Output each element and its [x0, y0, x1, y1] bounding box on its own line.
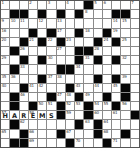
clue-number: 42 [39, 84, 44, 88]
black-cell-r8c2 [10, 65, 18, 73]
black-cell-r16c3 [20, 139, 28, 147]
cell-r12c6[interactable]: 51 [47, 102, 55, 110]
cell-r13c9[interactable] [75, 111, 83, 119]
clue-number: 20 [2, 38, 7, 42]
cell-r10c2[interactable] [10, 84, 18, 92]
cell-r1c12[interactable]: 6 [103, 1, 111, 9]
black-cell-r2c5 [38, 10, 46, 18]
clue-number: 19 [113, 29, 118, 33]
cell-r4c3[interactable] [20, 29, 28, 37]
clue-number: 7 [131, 1, 133, 5]
cell-r7c15[interactable] [131, 56, 139, 64]
clue-number: 3 [48, 1, 50, 5]
clue-number: 29 [2, 56, 7, 60]
cell-r6c8[interactable] [66, 47, 74, 55]
cell-r8c14[interactable] [121, 65, 129, 73]
clue-number: 38 [57, 75, 62, 79]
cell-r10c4[interactable]: 41 [29, 84, 37, 92]
clue-number: 40 [2, 84, 7, 88]
black-cell-r4c6 [47, 29, 55, 37]
cell-r16c9[interactable]: 70 [75, 139, 83, 147]
black-cell-r2c7 [57, 10, 65, 18]
cell-r10c5[interactable]: 42 [38, 84, 46, 92]
clue-number: 2 [29, 1, 31, 5]
cell-r15c5[interactable] [38, 130, 46, 138]
cell-r10c13[interactable]: 45 [112, 84, 120, 92]
clue-number: 34 [76, 65, 81, 69]
black-cell-r5c13 [112, 38, 120, 46]
cell-r10c7[interactable] [57, 84, 65, 92]
cell-r1c9[interactable] [75, 1, 83, 9]
black-cell-r12c4 [29, 102, 37, 110]
clue-number: 44 [94, 84, 99, 88]
black-cell-r7c11 [94, 56, 102, 64]
clue-number: 17 [57, 29, 62, 33]
cell-r10c1[interactable]: 40 [1, 84, 9, 92]
cell-r1c5[interactable] [38, 1, 46, 9]
cell-r4c1[interactable]: 16 [1, 29, 9, 37]
cell-r7c8[interactable] [66, 56, 74, 64]
clue-number: 56 [122, 102, 127, 106]
cell-r11c15[interactable] [131, 93, 139, 101]
clue-number: 23 [66, 38, 71, 42]
clue-number: 55 [103, 102, 108, 106]
filled-letter: S [49, 113, 54, 120]
crossword-board: 1234567891011121314151617181920212223242… [0, 0, 140, 148]
clue-number: 8 [85, 10, 87, 14]
black-cell-r5c7 [57, 38, 65, 46]
cell-r13c2[interactable]: A [10, 111, 18, 119]
black-cell-r6c10 [84, 47, 92, 55]
cell-r14c8[interactable] [66, 120, 74, 128]
cell-r11c1[interactable] [1, 93, 9, 101]
clue-number: 52 [66, 102, 71, 106]
cell-r1c8[interactable]: 4 [66, 1, 74, 9]
cell-r7c2[interactable] [10, 56, 18, 64]
cell-r12c9[interactable]: 53 [75, 102, 83, 110]
cell-r7c4[interactable] [29, 56, 37, 64]
clue-number: 35 [2, 75, 7, 79]
cell-r5c9[interactable] [75, 38, 83, 46]
clue-number: 4 [66, 1, 68, 5]
filled-letter: A [12, 113, 17, 120]
black-cell-r10c14 [121, 84, 129, 92]
clue-number: 43 [76, 84, 81, 88]
cell-r6c3[interactable]: 26 [20, 47, 28, 55]
cell-r4c14[interactable] [121, 29, 129, 37]
clue-number: 65 [2, 130, 7, 134]
cell-r11c4[interactable] [29, 93, 37, 101]
cell-r3c3[interactable]: 11 [20, 19, 28, 27]
black-cell-r7c13 [112, 56, 120, 64]
clue-number: 64 [103, 120, 108, 124]
cell-r14c1[interactable] [1, 120, 9, 128]
cell-r4c5[interactable] [38, 29, 46, 37]
black-cell-r2c9 [75, 10, 83, 18]
cell-r9c7[interactable]: 38 [57, 75, 65, 83]
cell-r15c10[interactable] [84, 130, 92, 138]
cell-r1c13[interactable] [112, 1, 120, 9]
clue-number: 50 [39, 102, 44, 106]
cell-r1c11[interactable]: 5 [94, 1, 102, 9]
cell-r12c14[interactable]: 56 [121, 102, 129, 110]
clue-number: 68 [103, 130, 108, 134]
cell-r8c15[interactable] [131, 65, 139, 73]
cell-r13c4[interactable]: 58E [29, 111, 37, 119]
cell-r16c15[interactable] [131, 139, 139, 147]
cell-r1c4[interactable]: 2 [29, 1, 37, 9]
cell-r6c1[interactable] [1, 47, 9, 55]
cell-r14c12[interactable]: 64 [103, 120, 111, 128]
cell-r8c11[interactable] [94, 65, 102, 73]
cell-r7c10[interactable]: 31 [84, 56, 92, 64]
clue-number: 9 [2, 19, 4, 23]
cell-r14c14[interactable] [121, 120, 129, 128]
cell-r13c3[interactable]: R [20, 111, 28, 119]
cell-r1c2[interactable] [10, 1, 18, 9]
clue-number: 69 [29, 139, 34, 143]
clue-number: 5 [94, 1, 96, 5]
clue-number: 18 [85, 29, 90, 33]
cell-r4c8[interactable] [66, 29, 74, 37]
cell-r9c3[interactable] [20, 75, 28, 83]
cell-r13c11[interactable]: 60 [94, 111, 102, 119]
cell-r9c15[interactable] [131, 75, 139, 83]
cell-r3c5[interactable]: 12 [38, 19, 46, 27]
cell-r9c12[interactable] [103, 75, 111, 83]
cell-r11c8[interactable]: 48 [66, 93, 74, 101]
clue-number: 13 [57, 19, 62, 23]
cell-r13c8[interactable]: 59 [66, 111, 74, 119]
cell-r8c4[interactable] [29, 65, 37, 73]
cell-r9c4[interactable] [29, 75, 37, 83]
clue-number: 63 [85, 120, 90, 124]
clue-number: 16 [2, 29, 7, 33]
cell-r5c14[interactable]: 25 [121, 38, 129, 46]
black-cell-r9c11 [94, 75, 102, 83]
cell-r12c12[interactable]: 55 [103, 102, 111, 110]
cell-r3c8[interactable] [66, 19, 74, 27]
cell-r8c6[interactable] [47, 65, 55, 73]
cell-r4c7[interactable]: 17 [57, 29, 65, 37]
cell-r6c13[interactable] [112, 47, 120, 55]
cell-r8c9[interactable]: 34 [75, 65, 83, 73]
black-cell-r14c9 [75, 120, 83, 128]
cell-r6c14[interactable] [121, 47, 129, 55]
clue-number: 6 [103, 1, 105, 5]
cell-r13c5[interactable]: M [38, 111, 46, 119]
cell-r8c12[interactable] [103, 65, 111, 73]
cell-r14c7[interactable] [57, 120, 65, 128]
black-cell-r15c7 [57, 130, 65, 138]
cell-r16c14[interactable] [121, 139, 129, 147]
clue-number: 11 [20, 19, 25, 23]
clue-number: 21 [29, 38, 34, 42]
cell-r10c11[interactable]: 44 [94, 84, 102, 92]
black-cell-r9c13 [112, 75, 120, 83]
cell-r15c15[interactable] [131, 130, 139, 138]
cell-r5c4[interactable]: 21 [29, 38, 37, 46]
cell-r4c2[interactable] [10, 29, 18, 37]
cell-r9c1[interactable]: 35 [1, 75, 9, 83]
cell-r15c1[interactable]: 65 [1, 130, 9, 138]
black-cell-r9c5 [38, 75, 46, 83]
black-cell-r2c2 [10, 10, 18, 18]
clue-number: 26 [20, 47, 25, 51]
clue-number: 51 [48, 102, 53, 106]
black-cell-r5c5 [38, 38, 46, 46]
cell-r3c6[interactable] [47, 19, 55, 27]
black-cell-r10c8 [66, 84, 74, 92]
black-cell-r7c9 [75, 56, 83, 64]
black-cell-r6c9 [75, 47, 83, 55]
cell-r15c9[interactable] [75, 130, 83, 138]
cell-r10c9[interactable]: 43 [75, 84, 83, 92]
cell-r4c11[interactable] [94, 29, 102, 37]
cell-r2c4[interactable] [29, 10, 37, 18]
cell-r2c8[interactable] [66, 10, 74, 18]
cell-r8c1[interactable] [1, 65, 9, 73]
cell-r12c8[interactable]: 52 [66, 102, 74, 110]
cell-r10c15[interactable] [131, 84, 139, 92]
black-cell-r16c12 [103, 139, 111, 147]
clue-number: 12 [39, 19, 44, 23]
clue-number: 49 [85, 93, 90, 97]
cell-r9c9[interactable] [75, 75, 83, 83]
cell-r16c6[interactable] [47, 139, 55, 147]
clue-number: 60 [94, 111, 99, 115]
cell-r9c2[interactable]: 36 [10, 75, 18, 83]
cell-r3c4[interactable] [29, 19, 37, 27]
cell-r16c5[interactable] [38, 139, 46, 147]
clue-number: 30 [48, 56, 53, 60]
cell-r13c14[interactable] [121, 111, 129, 119]
clue-number: 39 [122, 75, 127, 79]
cell-r15c12[interactable]: 68 [103, 130, 111, 138]
cell-r11c13[interactable] [112, 93, 120, 101]
cell-r13c12[interactable] [103, 111, 111, 119]
cell-r2c6[interactable] [47, 10, 55, 18]
cell-r1c3[interactable] [20, 1, 28, 9]
black-cell-r12c13 [112, 102, 120, 110]
clue-number: 31 [85, 56, 90, 60]
clue-number: 57 [2, 111, 7, 115]
clue-number: 67 [66, 130, 71, 134]
black-cell-r15c14 [121, 130, 129, 138]
black-cell-r4c12 [103, 29, 111, 37]
black-cell-r12c7 [57, 102, 65, 110]
black-cell-r10c3 [20, 84, 28, 92]
cell-r3c12[interactable] [103, 19, 111, 27]
cell-r3c9[interactable] [75, 19, 83, 27]
black-cell-r5c3 [20, 38, 28, 46]
cell-r15c4[interactable]: 66 [29, 130, 37, 138]
cell-r3c15[interactable] [131, 19, 139, 27]
cell-r16c1[interactable] [1, 139, 9, 147]
cell-r16c13[interactable]: 71 [112, 139, 120, 147]
black-cell-r11c2 [10, 93, 18, 101]
black-cell-r11c6 [47, 93, 55, 101]
cell-r3c7[interactable]: 13 [57, 19, 65, 27]
cell-r1c15[interactable]: 7 [131, 1, 139, 9]
cell-r5c1[interactable]: 20 [1, 38, 9, 46]
black-cell-r2c13 [112, 10, 120, 18]
cell-r2c12[interactable] [103, 10, 111, 18]
cell-r2c11[interactable] [94, 10, 102, 18]
clue-number: 62 [20, 120, 25, 124]
cell-r8c13[interactable] [112, 65, 120, 73]
clue-number: 46 [20, 93, 25, 97]
filled-letter: M [39, 113, 45, 120]
cell-r6c6[interactable] [47, 47, 55, 55]
black-cell-r13c10 [84, 111, 92, 119]
clue-number: 71 [113, 139, 118, 143]
cell-r6c7[interactable]: 27 [57, 47, 65, 55]
cell-r1c6[interactable]: 3 [47, 1, 55, 9]
cell-r1c14[interactable] [121, 1, 129, 9]
cell-r5c6[interactable]: 22 [47, 38, 55, 46]
clue-number: 37 [48, 75, 53, 79]
cell-r15c6[interactable] [47, 130, 55, 138]
black-cell-r15c11 [94, 130, 102, 138]
cell-r7c12[interactable] [103, 56, 111, 64]
cell-r6c4[interactable] [29, 47, 37, 55]
black-cell-r16c2 [10, 139, 18, 147]
clue-number: 33 [20, 65, 25, 69]
black-cell-r12c2 [10, 102, 18, 110]
black-cell-r7c5 [38, 56, 46, 64]
cell-r12c5[interactable]: 50 [38, 102, 46, 110]
cell-r11c11[interactable] [94, 93, 102, 101]
cell-r10c6[interactable] [47, 84, 55, 92]
clue-number: 70 [76, 139, 81, 143]
black-cell-r4c4 [29, 29, 37, 37]
cell-r14c4[interactable] [29, 120, 37, 128]
cell-r9c6[interactable]: 37 [47, 75, 55, 83]
cell-r9c14[interactable]: 39 [121, 75, 129, 83]
clue-number: 54 [94, 102, 99, 106]
black-cell-r7c3 [20, 56, 28, 64]
clue-number: 14 [113, 19, 118, 23]
cell-r11c3[interactable]: 46 [20, 93, 28, 101]
black-cell-r13c15 [131, 111, 139, 119]
cell-r8c10[interactable] [84, 65, 92, 73]
cell-r7c1[interactable]: 29 [1, 56, 9, 64]
cell-r16c10[interactable] [84, 139, 92, 147]
cell-r9c8[interactable] [66, 75, 74, 83]
cell-r12c15[interactable] [131, 102, 139, 110]
black-cell-r5c11 [94, 38, 102, 46]
cell-r7c7[interactable] [57, 56, 65, 64]
cell-r10c10[interactable] [84, 84, 92, 92]
cell-r5c12[interactable]: 24 [103, 38, 111, 46]
black-cell-r11c12 [103, 93, 111, 101]
cell-r3c14[interactable]: 15 [121, 19, 129, 27]
cell-r11c5[interactable] [38, 93, 46, 101]
cell-r14c5[interactable] [38, 120, 46, 128]
cell-r5c8[interactable]: 23 [66, 38, 74, 46]
cell-r5c15[interactable] [131, 38, 139, 46]
cell-r3c1[interactable]: 9 [1, 19, 9, 27]
cell-r11c10[interactable]: 49 [84, 93, 92, 101]
cell-r6c12[interactable] [103, 47, 111, 55]
cell-r14c6[interactable] [47, 120, 55, 128]
cell-r13c6[interactable]: S [47, 111, 55, 119]
cell-r7c6[interactable]: 30 [47, 56, 55, 64]
cell-r14c3[interactable]: 62 [20, 120, 28, 128]
cell-r14c15[interactable] [131, 120, 139, 128]
clue-number: 28 [94, 47, 99, 51]
cell-r15c8[interactable]: 67 [66, 130, 74, 138]
clue-number: 22 [48, 38, 53, 42]
cell-r3c11[interactable] [94, 19, 102, 27]
cell-r16c11[interactable] [94, 139, 102, 147]
black-cell-r11c14 [121, 93, 129, 101]
cell-r5c10[interactable] [84, 38, 92, 46]
cell-r7c14[interactable]: 32 [121, 56, 129, 64]
cell-r6c15[interactable] [131, 47, 139, 55]
cell-r15c13[interactable] [112, 130, 120, 138]
cell-r1c7[interactable] [57, 1, 65, 9]
black-cell-r1c10 [84, 1, 92, 9]
cell-r2c15[interactable] [131, 10, 139, 18]
black-cell-r13c7 [57, 111, 65, 119]
clue-number: 25 [122, 38, 127, 42]
cell-r12c11[interactable]: 54 [94, 102, 102, 110]
cell-r15c2[interactable] [10, 130, 18, 138]
clue-number: 10 [11, 19, 16, 23]
cell-r16c4[interactable]: 69 [29, 139, 37, 147]
clue-number: 15 [122, 19, 127, 23]
cell-r2c10[interactable]: 8 [84, 10, 92, 18]
black-cell-r14c2 [10, 120, 18, 128]
cell-r12c3[interactable] [20, 102, 28, 110]
cell-r4c13[interactable]: 19 [112, 29, 120, 37]
cell-r14c10[interactable]: 63 [84, 120, 92, 128]
cell-r1c1[interactable]: 1 [1, 1, 9, 9]
cell-r3c13[interactable]: 14 [112, 19, 120, 27]
cell-r13c1[interactable]: 57H [1, 111, 9, 119]
cell-r4c15[interactable] [131, 29, 139, 37]
clue-number: 58 [29, 111, 34, 115]
cell-r5c2[interactable] [10, 38, 18, 46]
clue-number: 45 [113, 84, 118, 88]
cell-r12c1[interactable] [1, 102, 9, 110]
cell-r3c2[interactable]: 10 [10, 19, 18, 27]
black-cell-r12c10 [84, 102, 92, 110]
cell-r11c7[interactable]: 47 [57, 93, 65, 101]
cell-r3c10[interactable] [84, 19, 92, 27]
cell-r6c11[interactable]: 28 [94, 47, 102, 55]
cell-r6c5[interactable] [38, 47, 46, 55]
cell-r16c7[interactable] [57, 139, 65, 147]
black-cell-r2c3 [20, 10, 28, 18]
cell-r2c1[interactable] [1, 10, 9, 18]
black-cell-r2c14 [121, 10, 129, 18]
cell-r13c13[interactable]: 61 [112, 111, 120, 119]
cell-r9c10[interactable] [84, 75, 92, 83]
black-cell-r8c7 [57, 65, 65, 73]
cell-r8c3[interactable]: 33 [20, 65, 28, 73]
cell-r8c5[interactable] [38, 65, 46, 73]
filled-letter: R [21, 113, 26, 120]
cell-r14c13[interactable] [112, 120, 120, 128]
clue-number: 27 [57, 47, 62, 51]
cell-r4c10[interactable]: 18 [84, 29, 92, 37]
clue-number: 32 [122, 56, 127, 60]
cell-r10c12[interactable] [103, 84, 111, 92]
black-cell-r11c9 [75, 93, 83, 101]
